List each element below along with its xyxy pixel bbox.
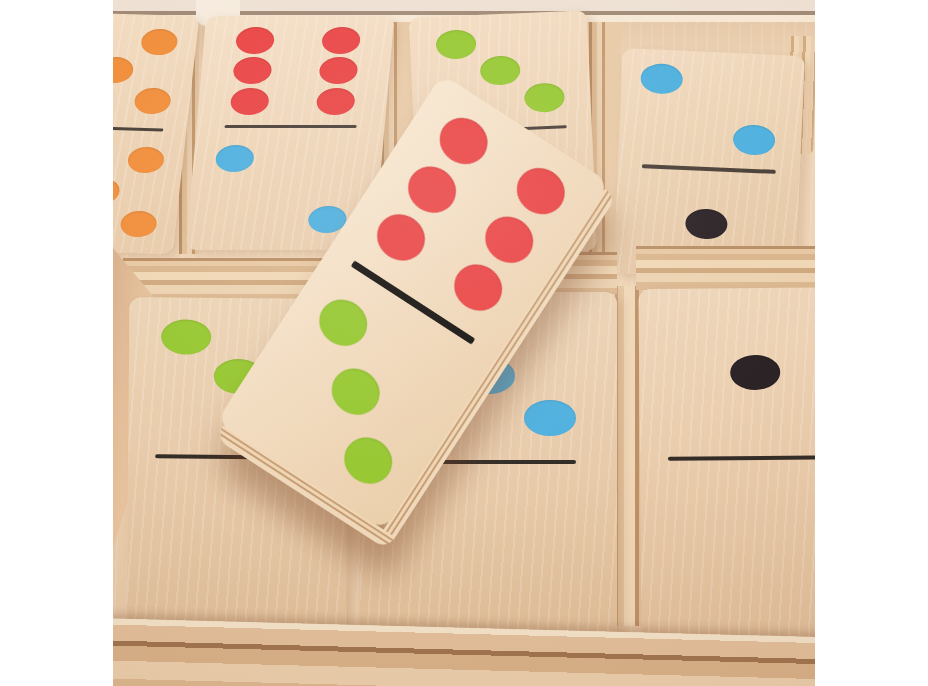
pip-red	[507, 159, 573, 223]
pip-red	[399, 157, 465, 221]
pip-green	[323, 359, 389, 423]
pip-divider	[351, 260, 476, 344]
pip-red	[430, 109, 496, 173]
pip-green	[310, 290, 376, 354]
dominoes-box-photo	[113, 0, 815, 686]
domino-front-row-3	[638, 287, 815, 641]
pip-divider	[225, 125, 357, 128]
pip-blue	[524, 400, 576, 436]
pip-green	[335, 428, 401, 492]
pip-red	[476, 207, 542, 271]
wood-grain	[638, 287, 815, 641]
pip-red	[368, 205, 434, 269]
pip-green	[161, 319, 211, 354]
photo-canvas	[0, 0, 928, 686]
front-tile-plywood-edge	[636, 246, 815, 290]
pip-red	[445, 255, 511, 319]
pip-black	[730, 354, 780, 389]
